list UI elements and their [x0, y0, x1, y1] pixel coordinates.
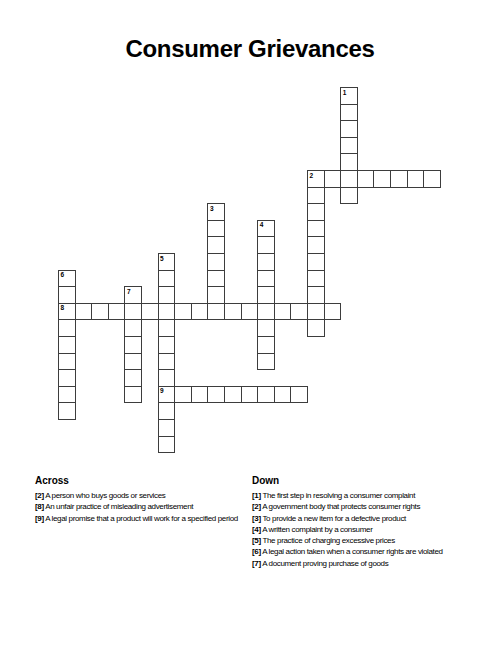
grid-cell[interactable] [124, 353, 142, 371]
clue-item: [1] The first step in resolving a consum… [252, 490, 497, 501]
grid-cell[interactable] [290, 303, 308, 321]
clue-item-number: [5] [252, 536, 261, 545]
clue-item-number: [2] [252, 502, 261, 511]
grid-cell[interactable] [191, 303, 209, 321]
clue-item-number: [7] [252, 559, 261, 568]
grid-cell[interactable] [257, 253, 275, 271]
grid-cell[interactable] [174, 386, 192, 404]
grid-cell[interactable] [124, 303, 142, 321]
clue-item-number: [6] [252, 547, 261, 556]
clue-item-text: A document proving purchase of goods [261, 559, 389, 568]
grid-cell[interactable] [340, 187, 358, 205]
grid-cell[interactable] [307, 220, 325, 238]
grid-cell[interactable] [207, 286, 225, 304]
grid-cell[interactable] [158, 270, 176, 288]
grid-cell[interactable] [207, 253, 225, 271]
grid-cell[interactable] [191, 386, 209, 404]
grid-cell[interactable] [257, 353, 275, 371]
grid-cell[interactable] [58, 353, 76, 371]
clue-number: 1 [343, 89, 347, 96]
grid-cell[interactable] [274, 386, 292, 404]
grid-cell[interactable] [274, 303, 292, 321]
grid-cell[interactable] [58, 369, 76, 387]
clue-item: [4] A written complaint by a consumer [252, 524, 497, 535]
down-heading: Down [252, 475, 497, 487]
grid-cell[interactable] [257, 303, 275, 321]
grid-cell[interactable] [257, 286, 275, 304]
grid-cell[interactable]: 2 [307, 170, 325, 188]
clue-item-text: To provide a new item for a defective pr… [261, 514, 406, 523]
grid-cell[interactable] [357, 170, 375, 188]
clue-number: 6 [61, 271, 65, 278]
grid-cell[interactable] [58, 386, 76, 404]
grid-cell[interactable] [340, 170, 358, 188]
grid-cell[interactable] [257, 386, 275, 404]
grid-cell[interactable] [108, 303, 126, 321]
grid-cell[interactable] [207, 303, 225, 321]
clue-number: 8 [61, 304, 65, 311]
grid-cell[interactable] [390, 170, 408, 188]
grid-cell[interactable] [307, 286, 325, 304]
grid-cell[interactable] [58, 402, 76, 420]
grid-cell[interactable] [158, 436, 176, 454]
grid-cell[interactable] [340, 137, 358, 155]
clue-item-number: [3] [252, 514, 261, 523]
grid-cell[interactable] [158, 419, 176, 437]
grid-cell[interactable] [124, 319, 142, 337]
grid-cell[interactable] [257, 319, 275, 337]
clue-item: [6] A legal action taken when a consumer… [252, 546, 497, 557]
grid-cell[interactable] [158, 319, 176, 337]
grid-cell[interactable] [124, 336, 142, 354]
grid-cell[interactable] [307, 236, 325, 254]
grid-cell[interactable] [58, 336, 76, 354]
down-clues-section: Down [1] The first step in resolving a c… [252, 475, 497, 569]
grid-cell[interactable] [158, 336, 176, 354]
clue-number: 7 [127, 288, 131, 295]
clue-item: [7] A document proving purchase of goods [252, 558, 497, 569]
grid-cell[interactable] [257, 270, 275, 288]
grid-cell[interactable] [207, 236, 225, 254]
clue-item: [5] The practice of charging excessive p… [252, 535, 497, 546]
clue-item: [3] To provide a new item for a defectiv… [252, 513, 497, 524]
grid-cell[interactable] [158, 286, 176, 304]
grid-cell[interactable] [174, 303, 192, 321]
clue-item-text: A legal promise that a product will work… [44, 514, 238, 523]
grid-cell[interactable] [241, 386, 259, 404]
grid-cell[interactable] [207, 220, 225, 238]
clue-item-text: A person who buys goods or services [44, 491, 166, 500]
clue-item: [9] A legal promise that a product will … [35, 513, 253, 524]
down-clue-list: [1] The first step in resolving a consum… [252, 490, 497, 569]
grid-cell[interactable] [91, 303, 109, 321]
grid-cell[interactable]: 3 [207, 203, 225, 221]
grid-cell[interactable] [124, 386, 142, 404]
clue-number: 4 [260, 221, 264, 228]
grid-cell[interactable] [423, 170, 441, 188]
grid-cell[interactable]: 6 [58, 270, 76, 288]
across-clues-section: Across [2] A person who buys goods or se… [35, 475, 253, 524]
grid-cell[interactable] [340, 153, 358, 171]
grid-cell[interactable] [224, 303, 242, 321]
grid-cell[interactable] [158, 303, 176, 321]
grid-cell[interactable] [241, 303, 259, 321]
grid-cell[interactable] [207, 270, 225, 288]
grid-cell[interactable]: 5 [158, 253, 176, 271]
clue-item-text: The practice of charging excessive price… [261, 536, 395, 545]
grid-cell[interactable] [257, 336, 275, 354]
grid-cell[interactable] [257, 236, 275, 254]
crossword-grid: 123456789 [0, 0, 500, 470]
grid-cell[interactable] [307, 319, 325, 337]
clue-item-number: [9] [35, 514, 44, 523]
grid-cell[interactable] [290, 386, 308, 404]
clue-item-number: [2] [35, 491, 44, 500]
grid-cell[interactable] [307, 203, 325, 221]
clue-number: 2 [310, 172, 314, 179]
grid-cell[interactable] [307, 270, 325, 288]
grid-cell[interactable]: 9 [158, 386, 176, 404]
clue-item-text: A written complaint by a consumer [261, 525, 373, 534]
clue-number: 5 [160, 255, 164, 262]
grid-cell[interactable] [158, 402, 176, 420]
grid-cell[interactable] [373, 170, 391, 188]
grid-cell[interactable] [324, 303, 342, 321]
clue-item: [2] A government body that protects cons… [252, 501, 497, 512]
grid-cell[interactable] [58, 286, 76, 304]
grid-cell[interactable]: 1 [340, 87, 358, 105]
across-heading: Across [35, 475, 253, 487]
grid-cell[interactable] [340, 104, 358, 122]
grid-cell[interactable] [141, 303, 159, 321]
grid-cell[interactable] [158, 369, 176, 387]
clue-item-number: [1] [252, 491, 261, 500]
grid-cell[interactable] [58, 319, 76, 337]
grid-cell[interactable] [75, 303, 93, 321]
clue-number: 3 [210, 205, 214, 212]
clue-number: 9 [160, 387, 164, 394]
clue-item-text: A legal action taken when a consumer rig… [261, 547, 443, 556]
grid-cell[interactable] [207, 386, 225, 404]
page: Consumer Grievances 123456789 Across [2]… [0, 0, 500, 647]
grid-cell[interactable]: 4 [257, 220, 275, 238]
grid-cell[interactable] [158, 353, 176, 371]
clue-item: [2] A person who buys goods or services [35, 490, 253, 501]
clue-item-text: An unfair practice of misleading adverti… [44, 502, 193, 511]
grid-cell[interactable]: 8 [58, 303, 76, 321]
grid-cell[interactable]: 7 [124, 286, 142, 304]
grid-cell[interactable] [340, 120, 358, 138]
across-clue-list: [2] A person who buys goods or services[… [35, 490, 253, 524]
grid-cell[interactable] [307, 303, 325, 321]
clue-item-text: The first step in resolving a consumer c… [261, 491, 415, 500]
clue-item: [8] An unfair practice of misleading adv… [35, 501, 253, 512]
grid-cell[interactable] [407, 170, 425, 188]
grid-cell[interactable] [324, 170, 342, 188]
grid-cell[interactable] [307, 187, 325, 205]
clue-item-number: [8] [35, 502, 44, 511]
grid-cell[interactable] [224, 386, 242, 404]
grid-cell[interactable] [124, 369, 142, 387]
clue-item-text: A government body that protects consumer… [261, 502, 420, 511]
clue-item-number: [4] [252, 525, 261, 534]
grid-cell[interactable] [307, 253, 325, 271]
